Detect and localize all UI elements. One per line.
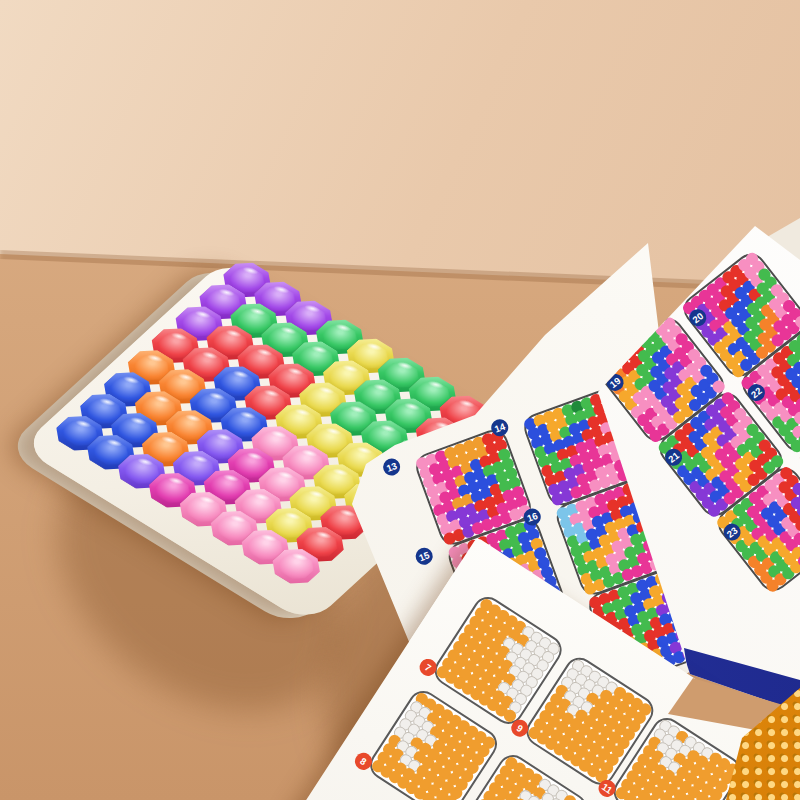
dot-grid	[371, 692, 495, 800]
scene: 131415161718 192021222324 7891011	[0, 0, 800, 800]
